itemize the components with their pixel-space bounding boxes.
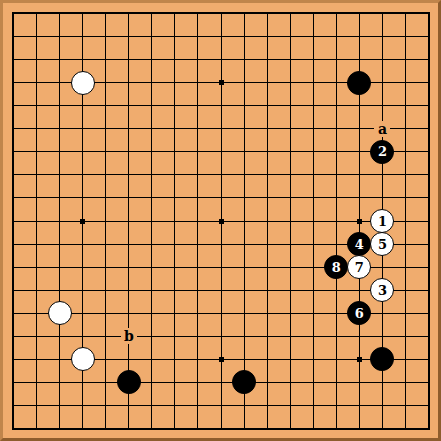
stone-black-Q9-move-4: 4 — [347, 232, 371, 256]
stone-white-R10-move-1: 1 — [370, 209, 394, 233]
stone-black-P8-move-8: 8 — [324, 255, 348, 279]
stone-black-F3 — [117, 370, 141, 394]
stone-white-D16 — [71, 71, 95, 95]
move-number: 8 — [332, 261, 341, 274]
move-number: 6 — [355, 307, 364, 320]
go-board-diagram: ab 21458736 — [0, 0, 441, 441]
move-number: 3 — [378, 284, 387, 297]
stone-black-R13-move-2: 2 — [370, 140, 394, 164]
move-number: 1 — [378, 215, 387, 228]
move-number: 7 — [355, 261, 364, 274]
move-number: 2 — [378, 145, 387, 158]
stone-white-C6 — [48, 301, 72, 325]
stone-black-R4 — [370, 347, 394, 371]
stone-black-Q16 — [347, 71, 371, 95]
stone-white-Q8-move-7: 7 — [347, 255, 371, 279]
stone-white-R7-move-3: 3 — [370, 278, 394, 302]
stone-white-R9-move-5: 5 — [370, 232, 394, 256]
stones-layer: 21458736 — [0, 0, 441, 441]
move-number: 4 — [355, 238, 364, 251]
move-number: 5 — [378, 238, 387, 251]
stone-white-D4 — [71, 347, 95, 371]
stone-black-Q6-move-6: 6 — [347, 301, 371, 325]
stone-black-L3 — [232, 370, 256, 394]
